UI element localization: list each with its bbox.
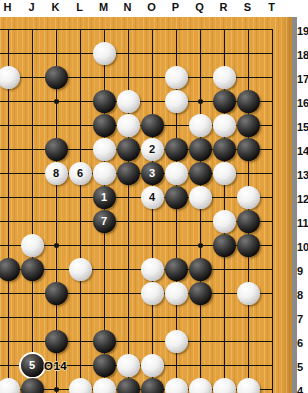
stone-M6[interactable] — [93, 330, 116, 353]
stone-J5-move-5[interactable]: 5 — [21, 354, 44, 377]
stone-N13[interactable] — [117, 162, 140, 185]
column-label-K: K — [48, 1, 64, 13]
stone-P6[interactable] — [165, 330, 188, 353]
stone-R16[interactable] — [213, 90, 236, 113]
star-point-K4 — [54, 387, 59, 392]
stone-P9[interactable] — [165, 258, 188, 281]
stone-S12[interactable] — [237, 186, 260, 209]
stone-Q4[interactable] — [189, 378, 212, 393]
stone-P12[interactable] — [165, 186, 188, 209]
stone-P13[interactable] — [165, 162, 188, 185]
stone-O9[interactable] — [141, 258, 164, 281]
stone-H9[interactable] — [0, 258, 20, 281]
stone-M15[interactable] — [93, 114, 116, 137]
star-point-K16 — [54, 99, 59, 104]
go-diagram: 28631475 HJKLMNOPQRST 191817161514131211… — [0, 0, 308, 393]
stone-K8[interactable] — [45, 282, 68, 305]
stone-K17[interactable] — [45, 66, 68, 89]
stone-S15[interactable] — [237, 114, 260, 137]
row-label-12: 12 — [297, 193, 308, 205]
stone-H4[interactable] — [0, 378, 20, 393]
stone-S16[interactable] — [237, 90, 260, 113]
column-label-H: H — [0, 1, 16, 13]
stone-R10[interactable] — [213, 234, 236, 257]
star-point-K10 — [54, 243, 59, 248]
stone-M4[interactable] — [93, 378, 116, 393]
move-number-label: 7 — [93, 210, 116, 233]
row-labels: 19181716151413121110987654 — [297, 0, 308, 393]
stone-P16[interactable] — [165, 90, 188, 113]
stone-J10[interactable] — [21, 234, 44, 257]
go-board[interactable]: 28631475 — [0, 17, 292, 393]
row-label-4: 4 — [297, 385, 308, 393]
move-number-label: 3 — [141, 162, 164, 185]
stone-S11[interactable] — [237, 210, 260, 233]
column-labels: HJKLMNOPQRST — [0, 0, 308, 17]
row-label-16: 16 — [297, 97, 308, 109]
stone-O14-move-2[interactable]: 2 — [141, 138, 164, 161]
star-point-Q10 — [198, 243, 203, 248]
row-label-8: 8 — [297, 289, 308, 301]
stone-R11[interactable] — [213, 210, 236, 233]
column-label-T: T — [264, 1, 280, 13]
stone-R13[interactable] — [213, 162, 236, 185]
row-label-7: 7 — [297, 313, 308, 325]
row-label-18: 18 — [297, 49, 308, 61]
stone-O8[interactable] — [141, 282, 164, 305]
move-number-label: 6 — [69, 162, 92, 185]
stone-M18[interactable] — [93, 42, 116, 65]
stone-P14[interactable] — [165, 138, 188, 161]
stone-M13[interactable] — [93, 162, 116, 185]
stone-Q13[interactable] — [189, 162, 212, 185]
stone-O13-move-3[interactable]: 3 — [141, 162, 164, 185]
stone-Q14[interactable] — [189, 138, 212, 161]
row-label-9: 9 — [297, 265, 308, 277]
stone-Q9[interactable] — [189, 258, 212, 281]
move-number-label: 2 — [141, 138, 164, 161]
row-label-10: 10 — [297, 241, 308, 253]
column-label-J: J — [24, 1, 40, 13]
grid-line-col-N — [128, 29, 129, 393]
column-label-S: S — [240, 1, 256, 13]
stone-K6[interactable] — [45, 330, 68, 353]
stone-K14[interactable] — [45, 138, 68, 161]
stone-R17[interactable] — [213, 66, 236, 89]
row-label-19: 19 — [297, 25, 308, 37]
stone-S14[interactable] — [237, 138, 260, 161]
grid-line-col-L — [80, 29, 81, 393]
stone-M16[interactable] — [93, 90, 116, 113]
stone-O4[interactable] — [141, 378, 164, 393]
stone-L13-move-6[interactable]: 6 — [69, 162, 92, 185]
stone-P17[interactable] — [165, 66, 188, 89]
stone-P4[interactable] — [165, 378, 188, 393]
stone-N4[interactable] — [117, 378, 140, 393]
stone-N15[interactable] — [117, 114, 140, 137]
row-label-17: 17 — [297, 73, 308, 85]
stone-N5[interactable] — [117, 354, 140, 377]
grid-line-col-J — [32, 29, 33, 393]
grid-line-row-7 — [0, 317, 273, 318]
star-point-Q16 — [198, 99, 203, 104]
ko-move-note: O14 — [44, 360, 67, 372]
grid-line-row-12 — [0, 197, 273, 198]
stone-P8[interactable] — [165, 282, 188, 305]
stone-O12-move-4[interactable]: 4 — [141, 186, 164, 209]
column-label-Q: Q — [192, 1, 208, 13]
stone-Q12[interactable] — [189, 186, 212, 209]
move-number-label: 5 — [21, 354, 44, 377]
stone-K13-move-8[interactable]: 8 — [45, 162, 68, 185]
row-label-6: 6 — [297, 337, 308, 349]
move-number-label: 8 — [45, 162, 68, 185]
stone-M11-move-7[interactable]: 7 — [93, 210, 116, 233]
column-label-L: L — [72, 1, 88, 13]
grid-line-col-O — [152, 29, 153, 393]
stone-Q8[interactable] — [189, 282, 212, 305]
row-label-15: 15 — [297, 121, 308, 133]
stone-S8[interactable] — [237, 282, 260, 305]
stone-O5[interactable] — [141, 354, 164, 377]
grid-line-col-T — [272, 29, 273, 393]
grid-line-row-18 — [0, 53, 273, 54]
row-label-13: 13 — [297, 169, 308, 181]
row-label-14: 14 — [297, 145, 308, 157]
grid-line-row-6 — [0, 341, 273, 342]
stone-J9[interactable] — [21, 258, 44, 281]
grid-line-row-8 — [0, 293, 273, 294]
grid-line-row-19 — [0, 29, 273, 30]
stone-N16[interactable] — [117, 90, 140, 113]
grid-line-col-Q — [200, 29, 201, 393]
column-label-P: P — [168, 1, 184, 13]
column-label-R: R — [216, 1, 232, 13]
stone-S10[interactable] — [237, 234, 260, 257]
stone-L4[interactable] — [69, 378, 92, 393]
stone-R14[interactable] — [213, 138, 236, 161]
stone-R15[interactable] — [213, 114, 236, 137]
stone-M14[interactable] — [93, 138, 116, 161]
move-number-label: 4 — [141, 186, 164, 209]
stone-L9[interactable] — [69, 258, 92, 281]
column-label-M: M — [96, 1, 112, 13]
stone-R4[interactable] — [213, 378, 236, 393]
stone-M5[interactable] — [93, 354, 116, 377]
stone-M12-move-1[interactable]: 1 — [93, 186, 116, 209]
stone-N14[interactable] — [117, 138, 140, 161]
stone-H17[interactable] — [0, 66, 20, 89]
column-label-O: O — [144, 1, 160, 13]
stone-O15[interactable] — [141, 114, 164, 137]
move-number-label: 1 — [93, 186, 116, 209]
stone-S4[interactable] — [237, 378, 260, 393]
stone-J4[interactable] — [21, 378, 44, 393]
row-label-5: 5 — [297, 361, 308, 373]
row-label-11: 11 — [297, 217, 308, 229]
column-label-N: N — [120, 1, 136, 13]
stone-Q15[interactable] — [189, 114, 212, 137]
